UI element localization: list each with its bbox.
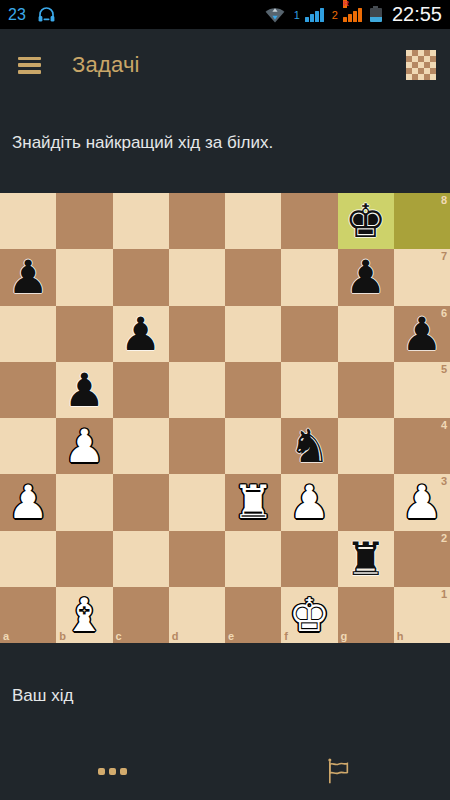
- square-d4[interactable]: [169, 418, 225, 474]
- phone-screen: 23 1 2: [0, 0, 450, 800]
- rank-label-4: 4: [441, 420, 447, 431]
- black-pawn: ♟: [120, 306, 161, 362]
- page-title: Задачі: [72, 52, 140, 78]
- square-c1[interactable]: c: [113, 587, 169, 643]
- black-pawn: ♟: [64, 362, 105, 418]
- file-label-h: h: [397, 631, 404, 642]
- chess-board: ♚8♟♟7♟♟6♟5♟♞4♟♜♟♟3♜2a♝bcde♚fg1h: [0, 193, 450, 643]
- square-g2[interactable]: ♜: [338, 531, 394, 587]
- square-h5[interactable]: 5: [394, 362, 450, 418]
- status-right: 1 2 R 22:55: [265, 4, 442, 26]
- square-g7[interactable]: ♟: [338, 249, 394, 305]
- white-king: ♚: [289, 587, 330, 643]
- square-e5[interactable]: [225, 362, 281, 418]
- status-left: 23: [8, 6, 56, 23]
- square-g3[interactable]: [338, 474, 394, 530]
- square-c2[interactable]: [113, 531, 169, 587]
- square-f5[interactable]: [281, 362, 337, 418]
- square-g6[interactable]: [338, 306, 394, 362]
- square-a1[interactable]: a: [0, 587, 56, 643]
- puzzle-instruction: Знайдіть найкращий хід за білих.: [12, 132, 440, 155]
- square-c5[interactable]: [113, 362, 169, 418]
- file-label-e: e: [228, 631, 234, 642]
- square-b2[interactable]: [56, 531, 112, 587]
- black-pawn: ♟: [401, 306, 442, 362]
- square-a5[interactable]: [0, 362, 56, 418]
- white-pawn: ♟: [64, 418, 105, 474]
- flag-button[interactable]: [225, 742, 450, 800]
- square-c8[interactable]: [113, 193, 169, 249]
- square-a8[interactable]: [0, 193, 56, 249]
- white-rook: ♜: [233, 474, 274, 530]
- square-b8[interactable]: [56, 193, 112, 249]
- square-f4[interactable]: ♞: [281, 418, 337, 474]
- notification-count: 23: [8, 7, 26, 23]
- square-c7[interactable]: [113, 249, 169, 305]
- black-rook: ♜: [345, 531, 386, 587]
- roaming-indicator: R: [343, 0, 347, 8]
- square-a7[interactable]: ♟: [0, 249, 56, 305]
- sim1-signal-icon: [305, 7, 324, 22]
- square-e2[interactable]: [225, 531, 281, 587]
- white-pawn: ♟: [8, 474, 49, 530]
- square-f1[interactable]: ♚f: [281, 587, 337, 643]
- file-label-a: a: [3, 631, 9, 642]
- square-f7[interactable]: [281, 249, 337, 305]
- square-b5[interactable]: ♟: [56, 362, 112, 418]
- black-knight: ♞: [289, 418, 330, 474]
- white-pawn: ♟: [289, 474, 330, 530]
- square-d2[interactable]: [169, 531, 225, 587]
- status-clock: 22:55: [392, 4, 442, 24]
- rank-label-6: 6: [441, 308, 447, 319]
- square-e6[interactable]: [225, 306, 281, 362]
- square-f6[interactable]: [281, 306, 337, 362]
- file-label-b: b: [59, 631, 66, 642]
- square-a4[interactable]: [0, 418, 56, 474]
- file-label-c: c: [116, 631, 122, 642]
- square-h1[interactable]: 1h: [394, 587, 450, 643]
- square-h7[interactable]: 7: [394, 249, 450, 305]
- white-bishop: ♝: [64, 587, 105, 643]
- square-c4[interactable]: [113, 418, 169, 474]
- square-e8[interactable]: [225, 193, 281, 249]
- square-e1[interactable]: e: [225, 587, 281, 643]
- white-pawn: ♟: [401, 474, 442, 530]
- rank-label-3: 3: [441, 476, 447, 487]
- square-h8[interactable]: 8: [394, 193, 450, 249]
- sim2-label: 2: [332, 10, 338, 21]
- square-c6[interactable]: ♟: [113, 306, 169, 362]
- file-label-f: f: [284, 631, 288, 642]
- menu-icon[interactable]: [18, 57, 41, 74]
- file-label-d: d: [172, 631, 179, 642]
- square-c3[interactable]: [113, 474, 169, 530]
- square-b6[interactable]: [56, 306, 112, 362]
- square-a3[interactable]: ♟: [0, 474, 56, 530]
- square-g4[interactable]: [338, 418, 394, 474]
- square-e3[interactable]: ♜: [225, 474, 281, 530]
- square-d3[interactable]: [169, 474, 225, 530]
- rank-label-1: 1: [441, 589, 447, 600]
- square-e7[interactable]: [225, 249, 281, 305]
- flag-icon: [324, 757, 352, 785]
- square-g5[interactable]: [338, 362, 394, 418]
- square-b7[interactable]: [56, 249, 112, 305]
- battery-icon: [370, 6, 382, 22]
- square-b3[interactable]: [56, 474, 112, 530]
- square-h4[interactable]: 4: [394, 418, 450, 474]
- bottom-toolbar: [0, 742, 450, 800]
- square-f3[interactable]: ♟: [281, 474, 337, 530]
- square-h6[interactable]: ♟6: [394, 306, 450, 362]
- square-a2[interactable]: [0, 531, 56, 587]
- square-f8[interactable]: [281, 193, 337, 249]
- sim2-signal-icon: R: [343, 7, 362, 22]
- square-b4[interactable]: ♟: [56, 418, 112, 474]
- square-f2[interactable]: [281, 531, 337, 587]
- square-g8[interactable]: ♚: [338, 193, 394, 249]
- square-d8[interactable]: [169, 193, 225, 249]
- checkerboard-icon[interactable]: [406, 50, 436, 80]
- rank-label-8: 8: [441, 195, 447, 206]
- file-label-g: g: [341, 631, 348, 642]
- square-d1[interactable]: d: [169, 587, 225, 643]
- rank-label-2: 2: [441, 533, 447, 544]
- more-options-button[interactable]: [0, 742, 225, 800]
- headphones-icon: [37, 6, 56, 23]
- square-b1[interactable]: ♝b: [56, 587, 112, 643]
- square-a6[interactable]: [0, 306, 56, 362]
- data-transfer-icon: [265, 6, 285, 23]
- square-d6[interactable]: [169, 306, 225, 362]
- black-king: ♚: [345, 193, 386, 249]
- sim1-label: 1: [294, 10, 300, 21]
- rank-label-5: 5: [441, 364, 447, 375]
- square-g1[interactable]: g: [338, 587, 394, 643]
- square-e4[interactable]: [225, 418, 281, 474]
- app-bar: Задачі: [0, 29, 450, 101]
- ellipsis-icon: [98, 768, 127, 775]
- square-h3[interactable]: ♟3: [394, 474, 450, 530]
- square-d7[interactable]: [169, 249, 225, 305]
- black-pawn: ♟: [8, 249, 49, 305]
- square-d5[interactable]: [169, 362, 225, 418]
- turn-status-text: Ваш хід: [12, 686, 73, 706]
- rank-label-7: 7: [441, 251, 447, 262]
- status-bar: 23 1 2: [0, 0, 450, 29]
- square-h2[interactable]: 2: [394, 531, 450, 587]
- black-pawn: ♟: [345, 249, 386, 305]
